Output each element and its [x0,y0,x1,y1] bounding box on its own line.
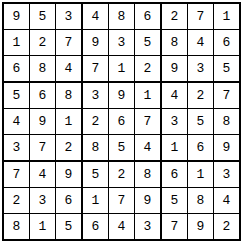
sudoku-cell-r2c9[interactable]: 6 [214,30,239,56]
sudoku-cell-r8c3[interactable]: 6 [56,188,83,214]
sudoku-cell-r7c2[interactable]: 4 [30,162,56,188]
sudoku-cell-r4c2[interactable]: 6 [30,83,56,109]
sudoku-cell-r9c2[interactable]: 1 [30,214,56,239]
sudoku-cell-r8c7[interactable]: 5 [162,188,188,214]
sudoku-cell-r6c3[interactable]: 2 [56,135,83,162]
sudoku-cell-r5c1[interactable]: 4 [4,109,30,135]
sudoku-board: 9534862711279358466847129355683914274912… [2,2,241,241]
sudoku-cell-r5c9[interactable]: 8 [214,109,239,135]
sudoku-cell-r1c6[interactable]: 6 [135,4,162,30]
sudoku-cell-r5c3[interactable]: 1 [56,109,83,135]
sudoku-cell-r3c8[interactable]: 3 [188,56,214,83]
sudoku-cell-r7c1[interactable]: 7 [4,162,30,188]
sudoku-cell-r9c6[interactable]: 3 [135,214,162,239]
sudoku-cell-r9c1[interactable]: 8 [4,214,30,239]
sudoku-cell-r6c1[interactable]: 3 [4,135,30,162]
sudoku-cell-r7c8[interactable]: 1 [188,162,214,188]
sudoku-cell-r5c5[interactable]: 6 [109,109,135,135]
sudoku-cell-r5c2[interactable]: 9 [30,109,56,135]
sudoku-cell-r7c6[interactable]: 8 [135,162,162,188]
sudoku-cell-r8c9[interactable]: 4 [214,188,239,214]
sudoku-cell-r3c7[interactable]: 9 [162,56,188,83]
sudoku-cell-r2c2[interactable]: 2 [30,30,56,56]
sudoku-cell-r8c2[interactable]: 3 [30,188,56,214]
sudoku-cell-r2c8[interactable]: 4 [188,30,214,56]
sudoku-cell-r5c7[interactable]: 3 [162,109,188,135]
sudoku-cell-r3c9[interactable]: 5 [214,56,239,83]
sudoku-cell-r3c4[interactable]: 7 [83,56,109,83]
sudoku-cell-r5c6[interactable]: 7 [135,109,162,135]
sudoku-cell-r9c7[interactable]: 7 [162,214,188,239]
sudoku-cell-r4c4[interactable]: 3 [83,83,109,109]
sudoku-cell-r1c8[interactable]: 7 [188,4,214,30]
sudoku-cell-r7c3[interactable]: 9 [56,162,83,188]
sudoku-cell-r8c8[interactable]: 8 [188,188,214,214]
sudoku-cell-r2c6[interactable]: 5 [135,30,162,56]
sudoku-cell-r2c7[interactable]: 8 [162,30,188,56]
sudoku-cell-r1c3[interactable]: 3 [56,4,83,30]
sudoku-cell-r1c4[interactable]: 4 [83,4,109,30]
sudoku-cell-r3c2[interactable]: 8 [30,56,56,83]
sudoku-cell-r4c1[interactable]: 5 [4,83,30,109]
sudoku-cell-r9c4[interactable]: 6 [83,214,109,239]
sudoku-cell-r7c7[interactable]: 6 [162,162,188,188]
sudoku-cell-r3c5[interactable]: 1 [109,56,135,83]
sudoku-cell-r9c3[interactable]: 5 [56,214,83,239]
sudoku-cell-r6c6[interactable]: 4 [135,135,162,162]
sudoku-cell-r7c5[interactable]: 2 [109,162,135,188]
sudoku-cell-r9c5[interactable]: 4 [109,214,135,239]
sudoku-cell-r1c7[interactable]: 2 [162,4,188,30]
sudoku-cell-r6c9[interactable]: 9 [214,135,239,162]
sudoku-cell-r4c3[interactable]: 8 [56,83,83,109]
sudoku-cell-r8c6[interactable]: 9 [135,188,162,214]
sudoku-cell-r4c6[interactable]: 1 [135,83,162,109]
sudoku-cell-r2c5[interactable]: 3 [109,30,135,56]
sudoku-cell-r1c5[interactable]: 8 [109,4,135,30]
sudoku-cell-r3c3[interactable]: 4 [56,56,83,83]
sudoku-cell-r5c4[interactable]: 2 [83,109,109,135]
sudoku-cell-r6c7[interactable]: 1 [162,135,188,162]
sudoku-cell-r5c8[interactable]: 5 [188,109,214,135]
sudoku-cell-r4c5[interactable]: 9 [109,83,135,109]
sudoku-cell-r7c9[interactable]: 3 [214,162,239,188]
sudoku-cell-r1c2[interactable]: 5 [30,4,56,30]
sudoku-cell-r4c9[interactable]: 7 [214,83,239,109]
sudoku-cell-r6c8[interactable]: 6 [188,135,214,162]
sudoku-cell-r8c5[interactable]: 7 [109,188,135,214]
sudoku-cell-r3c6[interactable]: 2 [135,56,162,83]
sudoku-cell-r2c4[interactable]: 9 [83,30,109,56]
sudoku-cell-r6c2[interactable]: 7 [30,135,56,162]
sudoku-cell-r6c5[interactable]: 5 [109,135,135,162]
sudoku-cell-r1c9[interactable]: 1 [214,4,239,30]
sudoku-cell-r4c7[interactable]: 4 [162,83,188,109]
sudoku-cell-r4c8[interactable]: 2 [188,83,214,109]
sudoku-cell-r9c9[interactable]: 2 [214,214,239,239]
sudoku-cell-r1c1[interactable]: 9 [4,4,30,30]
sudoku-cell-r3c1[interactable]: 6 [4,56,30,83]
sudoku-cell-r2c1[interactable]: 1 [4,30,30,56]
sudoku-cell-r8c4[interactable]: 1 [83,188,109,214]
sudoku-cell-r7c4[interactable]: 5 [83,162,109,188]
sudoku-cell-r9c8[interactable]: 9 [188,214,214,239]
sudoku-cell-r6c4[interactable]: 8 [83,135,109,162]
sudoku-cell-r8c1[interactable]: 2 [4,188,30,214]
sudoku-cell-r2c3[interactable]: 7 [56,30,83,56]
